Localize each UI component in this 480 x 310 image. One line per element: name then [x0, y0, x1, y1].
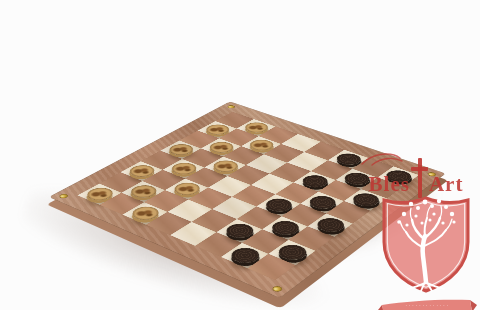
blesart-logo: BlesArt — [352, 146, 480, 310]
logo-shield — [380, 192, 472, 296]
logo-ribbon: · · · · · · · · · · · · · · · · · · · · … — [378, 296, 478, 310]
product-photo: BlesArt — [0, 0, 480, 310]
brass-screw-icon — [226, 105, 236, 109]
brass-screw-icon — [58, 193, 70, 199]
ribbon-text-line1: · · · · · · · · · · · · · — [405, 303, 448, 308]
brass-screw-icon — [270, 285, 284, 293]
